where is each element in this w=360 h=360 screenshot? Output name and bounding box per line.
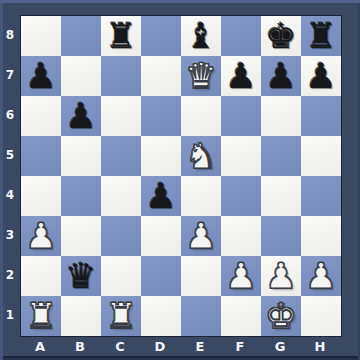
square-c4[interactable] xyxy=(101,176,141,216)
square-h4[interactable] xyxy=(301,176,341,216)
piece-black-rook-h8[interactable]: ♜ xyxy=(301,16,341,56)
file-label-h: H xyxy=(300,337,340,359)
rank-label-8: 8 xyxy=(0,15,20,55)
rank-label-3: 3 xyxy=(0,215,20,255)
piece-black-rook-c8[interactable]: ♜ xyxy=(101,16,141,56)
square-d4[interactable]: ♟ xyxy=(141,176,181,216)
chess-board-frame: 87654321 ♜♝♚♜♟♛♟♟♟♟♞♟♟♟♛♟♟♟♜♜♚ ABCDEFGH xyxy=(0,0,360,360)
square-c7[interactable] xyxy=(101,56,141,96)
rank-label-7: 7 xyxy=(0,55,20,95)
square-b4[interactable] xyxy=(61,176,101,216)
rank-label-4: 4 xyxy=(0,175,20,215)
square-b2[interactable]: ♛ xyxy=(61,256,101,296)
square-d2[interactable] xyxy=(141,256,181,296)
square-f2[interactable]: ♟ xyxy=(221,256,261,296)
square-b6[interactable]: ♟ xyxy=(61,96,101,136)
square-g1[interactable]: ♚ xyxy=(261,296,301,336)
piece-black-pawn-h7[interactable]: ♟ xyxy=(301,56,341,96)
piece-white-knight-e5[interactable]: ♞ xyxy=(181,136,221,176)
file-label-f: F xyxy=(220,337,260,359)
piece-white-pawn-f2[interactable]: ♟ xyxy=(221,256,261,296)
square-g5[interactable] xyxy=(261,136,301,176)
square-f7[interactable]: ♟ xyxy=(221,56,261,96)
rank-label-2: 2 xyxy=(0,255,20,295)
square-a2[interactable] xyxy=(21,256,61,296)
square-g3[interactable] xyxy=(261,216,301,256)
piece-black-king-g8[interactable]: ♚ xyxy=(261,16,301,56)
piece-black-pawn-g7[interactable]: ♟ xyxy=(261,56,301,96)
piece-black-pawn-f7[interactable]: ♟ xyxy=(221,56,261,96)
square-a8[interactable] xyxy=(21,16,61,56)
square-f4[interactable] xyxy=(221,176,261,216)
square-c1[interactable]: ♜ xyxy=(101,296,141,336)
square-g7[interactable]: ♟ xyxy=(261,56,301,96)
square-e6[interactable] xyxy=(181,96,221,136)
square-c3[interactable] xyxy=(101,216,141,256)
file-label-e: E xyxy=(180,337,220,359)
square-h6[interactable] xyxy=(301,96,341,136)
square-a4[interactable] xyxy=(21,176,61,216)
square-a6[interactable] xyxy=(21,96,61,136)
square-e2[interactable] xyxy=(181,256,221,296)
square-e7[interactable]: ♛ xyxy=(181,56,221,96)
piece-white-rook-a1[interactable]: ♜ xyxy=(21,296,61,336)
file-labels: ABCDEFGH xyxy=(20,337,342,360)
square-d1[interactable] xyxy=(141,296,181,336)
square-b3[interactable] xyxy=(61,216,101,256)
piece-black-pawn-b6[interactable]: ♟ xyxy=(61,96,101,136)
square-c8[interactable]: ♜ xyxy=(101,16,141,56)
square-h1[interactable] xyxy=(301,296,341,336)
rank-label-1: 1 xyxy=(0,295,20,335)
square-f1[interactable] xyxy=(221,296,261,336)
square-b7[interactable] xyxy=(61,56,101,96)
file-label-b: B xyxy=(60,337,100,359)
square-d5[interactable] xyxy=(141,136,181,176)
piece-black-pawn-a7[interactable]: ♟ xyxy=(21,56,61,96)
square-g4[interactable] xyxy=(261,176,301,216)
piece-black-pawn-d4[interactable]: ♟ xyxy=(141,176,181,216)
rank-label-6: 6 xyxy=(0,95,20,135)
square-e4[interactable] xyxy=(181,176,221,216)
square-h2[interactable]: ♟ xyxy=(301,256,341,296)
square-c2[interactable] xyxy=(101,256,141,296)
square-c5[interactable] xyxy=(101,136,141,176)
square-d7[interactable] xyxy=(141,56,181,96)
square-h8[interactable]: ♜ xyxy=(301,16,341,56)
square-f8[interactable] xyxy=(221,16,261,56)
file-label-d: D xyxy=(140,337,180,359)
square-e1[interactable] xyxy=(181,296,221,336)
square-d8[interactable] xyxy=(141,16,181,56)
piece-white-pawn-g2[interactable]: ♟ xyxy=(261,256,301,296)
square-a5[interactable] xyxy=(21,136,61,176)
chess-board: ♜♝♚♜♟♛♟♟♟♟♞♟♟♟♛♟♟♟♜♜♚ xyxy=(20,15,342,337)
square-a3[interactable]: ♟ xyxy=(21,216,61,256)
piece-white-queen-e7[interactable]: ♛ xyxy=(181,56,221,96)
piece-white-rook-c1[interactable]: ♜ xyxy=(101,296,141,336)
square-b8[interactable] xyxy=(61,16,101,56)
square-b5[interactable] xyxy=(61,136,101,176)
square-e8[interactable]: ♝ xyxy=(181,16,221,56)
square-b1[interactable] xyxy=(61,296,101,336)
square-c6[interactable] xyxy=(101,96,141,136)
piece-white-pawn-e3[interactable]: ♟ xyxy=(181,216,221,256)
square-e5[interactable]: ♞ xyxy=(181,136,221,176)
square-f5[interactable] xyxy=(221,136,261,176)
file-label-g: G xyxy=(260,337,300,359)
square-f3[interactable] xyxy=(221,216,261,256)
piece-black-bishop-e8[interactable]: ♝ xyxy=(181,16,221,56)
square-d3[interactable] xyxy=(141,216,181,256)
square-h3[interactable] xyxy=(301,216,341,256)
file-label-a: A xyxy=(20,337,60,359)
file-label-c: C xyxy=(100,337,140,359)
square-h7[interactable]: ♟ xyxy=(301,56,341,96)
square-f6[interactable] xyxy=(221,96,261,136)
piece-white-pawn-a3[interactable]: ♟ xyxy=(21,216,61,256)
square-a7[interactable]: ♟ xyxy=(21,56,61,96)
rank-label-5: 5 xyxy=(0,135,20,175)
square-e3[interactable]: ♟ xyxy=(181,216,221,256)
square-g2[interactable]: ♟ xyxy=(261,256,301,296)
square-d6[interactable] xyxy=(141,96,181,136)
square-g6[interactable] xyxy=(261,96,301,136)
square-h5[interactable] xyxy=(301,136,341,176)
piece-black-queen-b2[interactable]: ♛ xyxy=(61,256,101,296)
piece-white-pawn-h2[interactable]: ♟ xyxy=(301,256,341,296)
piece-white-king-g1[interactable]: ♚ xyxy=(261,296,301,336)
rank-labels: 87654321 xyxy=(0,15,20,337)
square-a1[interactable]: ♜ xyxy=(21,296,61,336)
square-g8[interactable]: ♚ xyxy=(261,16,301,56)
